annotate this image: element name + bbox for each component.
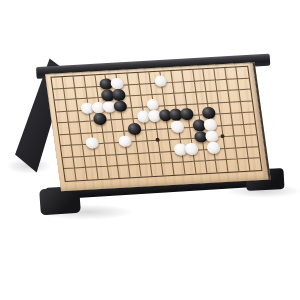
- white-stone: [118, 135, 132, 147]
- board-cell: [249, 159, 261, 171]
- board-cell: [241, 101, 253, 113]
- black-stone: [112, 89, 126, 101]
- board-face: [45, 62, 271, 191]
- board-cell: [238, 78, 250, 90]
- board-cell: [247, 147, 259, 159]
- white-stone: [203, 119, 217, 131]
- board-cell: [240, 90, 252, 102]
- white-stone: [185, 143, 199, 155]
- board-cell: [243, 113, 255, 125]
- white-stone: [205, 130, 219, 142]
- white-stone: [206, 141, 220, 153]
- board-cell: [246, 136, 258, 148]
- board-cell: [236, 67, 248, 79]
- board-cell: [244, 124, 256, 136]
- bottom-left-foot: [39, 187, 81, 216]
- product-photo: [0, 0, 300, 300]
- black-stone: [127, 123, 141, 135]
